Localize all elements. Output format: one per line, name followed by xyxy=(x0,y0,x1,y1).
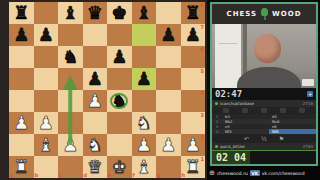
square-c5[interactable] xyxy=(58,68,83,90)
rank-label: 6 xyxy=(201,46,204,52)
square-c3[interactable] xyxy=(58,112,83,134)
square-g5[interactable] xyxy=(156,68,181,90)
square-c7[interactable] xyxy=(58,24,83,46)
square-a4[interactable] xyxy=(9,90,34,112)
square-e1[interactable]: ♚e xyxy=(107,156,132,178)
square-f4[interactable] xyxy=(132,90,157,112)
file-label: a xyxy=(10,173,13,178)
online-dot xyxy=(215,102,218,105)
black-king[interactable]: ♚ xyxy=(107,2,132,24)
square-c8[interactable]: ♝ xyxy=(58,2,83,24)
rank-label: 3 xyxy=(201,112,204,118)
add-time-icon[interactable]: + xyxy=(307,91,313,97)
streamer-row[interactable]: quick_blitzer 2763 xyxy=(212,143,316,150)
logo-word-chess: CHESS xyxy=(227,10,258,18)
black-pawn[interactable]: ♟ xyxy=(83,68,108,90)
square-e6[interactable]: ♟ xyxy=(107,46,132,68)
black-pawn[interactable]: ♟ xyxy=(9,24,34,46)
streamer-name: quick_blitzer xyxy=(220,144,245,149)
square-f6[interactable] xyxy=(132,46,157,68)
square-e2[interactable] xyxy=(107,134,132,156)
opponent-name: ivanchukfanbase xyxy=(220,101,254,106)
file-label: f xyxy=(133,173,135,178)
rank-label: 8 xyxy=(201,2,204,8)
vk-icon[interactable]: VK xyxy=(250,170,260,176)
square-d5[interactable]: ♟ xyxy=(83,68,108,90)
stream-side-panel: CHESS WOOD 02:47 + ivanchukfanbase 2716 xyxy=(207,0,320,180)
square-b7[interactable]: ♟ xyxy=(34,24,59,46)
square-d3[interactable] xyxy=(83,112,108,134)
streamer-head xyxy=(254,34,281,63)
rank-label: 4 xyxy=(201,90,204,96)
white-bishop[interactable]: ♝ xyxy=(34,134,59,156)
tree-icon xyxy=(260,8,269,20)
highlight-circle xyxy=(110,93,128,109)
square-d4[interactable]: ♟ xyxy=(83,90,108,112)
opponent-rating: 2716 xyxy=(303,101,313,106)
square-a8[interactable]: ♜ xyxy=(9,2,34,24)
square-h2[interactable]: ♟2 xyxy=(181,134,206,156)
square-d6[interactable] xyxy=(83,46,108,68)
stats-tab-icon[interactable] xyxy=(261,108,267,113)
file-label: d xyxy=(84,173,88,178)
square-b6[interactable] xyxy=(34,46,59,68)
square-d7[interactable] xyxy=(83,24,108,46)
online-dot xyxy=(215,145,218,148)
square-a2[interactable] xyxy=(9,134,34,156)
white-pawn[interactable]: ♟ xyxy=(34,112,59,134)
square-a5[interactable] xyxy=(9,68,34,90)
square-b8[interactable] xyxy=(34,2,59,24)
square-f3[interactable]: ♞ xyxy=(132,112,157,134)
white-bishop[interactable]: ♝ xyxy=(132,156,157,178)
square-g6[interactable] xyxy=(156,46,181,68)
square-c2[interactable]: ♟ xyxy=(58,134,83,156)
square-g4[interactable] xyxy=(156,90,181,112)
white-pawn[interactable]: ♟ xyxy=(83,90,108,112)
white-knight[interactable]: ♞ xyxy=(132,112,157,134)
board-tab-icon[interactable] xyxy=(223,108,229,113)
rank-label: 2 xyxy=(201,134,204,140)
streamer-clock: 02 04 xyxy=(212,150,316,164)
panel-tabs xyxy=(212,107,316,114)
logo-bar: CHESS WOOD xyxy=(212,4,316,24)
square-h8[interactable]: ♜8 xyxy=(181,2,206,24)
square-b5[interactable] xyxy=(34,68,59,90)
square-c6[interactable]: ♞ xyxy=(58,46,83,68)
square-h5[interactable]: 5 xyxy=(181,68,206,90)
panel-frame: CHESS WOOD 02:47 + ivanchukfanbase 2716 xyxy=(210,2,318,166)
webcam-view xyxy=(212,24,316,88)
black-bishop[interactable]: ♝ xyxy=(58,2,83,24)
file-label: g xyxy=(157,173,161,178)
file-label: b xyxy=(35,173,39,178)
site-link[interactable]: chesswood.ru xyxy=(217,171,248,176)
square-h4[interactable]: 4 xyxy=(181,90,206,112)
square-c1[interactable]: c xyxy=(58,156,83,178)
square-a3[interactable]: ♟ xyxy=(9,112,34,134)
square-b4[interactable] xyxy=(34,90,59,112)
rank-label: 1 xyxy=(201,156,204,162)
square-g2[interactable]: ♟ xyxy=(156,134,181,156)
black-knight[interactable]: ♞ xyxy=(58,46,83,68)
white-pawn[interactable]: ♟ xyxy=(58,134,83,156)
square-f7[interactable] xyxy=(132,24,157,46)
square-g7[interactable]: ♟ xyxy=(156,24,181,46)
white-pawn[interactable]: ♟ xyxy=(156,134,181,156)
logo-word-wood: WOOD xyxy=(272,10,301,18)
square-b3[interactable]: ♟ xyxy=(34,112,59,134)
move-list[interactable]: 1 b3 d52 Bb2 Nc63 e3 e64 Nf3 Nf6 xyxy=(212,114,316,134)
rank-label: 5 xyxy=(201,68,204,74)
square-g3[interactable] xyxy=(156,112,181,134)
vk-link[interactable]: vk.com/chesswood xyxy=(262,171,305,176)
globe-icon: ⊕ xyxy=(209,169,215,177)
square-a7[interactable]: ♟ xyxy=(9,24,34,46)
white-pawn[interactable]: ♟ xyxy=(132,134,157,156)
square-f1[interactable]: ♝f xyxy=(132,156,157,178)
game-actions: ↶½⚑ xyxy=(212,134,316,143)
square-f5[interactable]: ♟ xyxy=(132,68,157,90)
square-e8[interactable]: ♚ xyxy=(107,2,132,24)
square-d1[interactable]: ♛d xyxy=(83,156,108,178)
square-a1[interactable]: ♜a xyxy=(9,156,34,178)
black-rook[interactable]: ♜ xyxy=(9,2,34,24)
resign-icon[interactable]: ⚑ xyxy=(279,135,284,143)
white-pawn[interactable]: ♟ xyxy=(9,112,34,134)
black-queen[interactable]: ♛ xyxy=(83,2,108,24)
square-h6[interactable]: 6 xyxy=(181,46,206,68)
chat-tab-icon[interactable] xyxy=(280,108,286,113)
square-f8[interactable]: ♝ xyxy=(132,2,157,24)
rank-label: 7 xyxy=(201,24,204,30)
square-h7[interactable]: ♟7 xyxy=(181,24,206,46)
video-frame: ♜♝♛♚♝♜8♟♟♟♟7♞♟6♟♟5♟♞4♟♟♞3♝♟♞♟♟♟2♜abc♛d♚e… xyxy=(0,0,320,180)
streamer-clock-time: 02 04 xyxy=(216,152,246,163)
square-h3[interactable]: 3 xyxy=(181,112,206,134)
file-label: c xyxy=(59,173,62,178)
streamer-rating: 2763 xyxy=(303,144,313,149)
opponent-clock: 02:47 + xyxy=(212,88,316,100)
opponent-clock-time: 02:47 xyxy=(215,89,242,99)
file-label: e xyxy=(108,173,111,178)
square-g8[interactable] xyxy=(156,2,181,24)
webcam-label xyxy=(302,79,314,86)
square-d2[interactable]: ♞ xyxy=(83,134,108,156)
moves-tab-icon[interactable] xyxy=(242,108,248,113)
square-a6[interactable] xyxy=(9,46,34,68)
black-pawn[interactable]: ♟ xyxy=(156,24,181,46)
opponent-row[interactable]: ivanchukfanbase 2716 xyxy=(212,100,316,107)
square-c4[interactable] xyxy=(58,90,83,112)
square-h1[interactable]: ♜1h xyxy=(181,156,206,178)
takeback-icon[interactable]: ↶ xyxy=(244,135,249,143)
file-label: h xyxy=(182,173,186,178)
square-e3[interactable] xyxy=(107,112,132,134)
square-g1[interactable]: g xyxy=(156,156,181,178)
square-d8[interactable]: ♛ xyxy=(83,2,108,24)
chess-board[interactable]: ♜♝♛♚♝♜8♟♟♟♟7♞♟6♟♟5♟♞4♟♟♞3♝♟♞♟♟♟2♜abc♛d♚e… xyxy=(9,2,205,178)
board-area: ♜♝♛♚♝♜8♟♟♟♟7♞♟6♟♟5♟♞4♟♟♞3♝♟♞♟♟♟2♜abc♛d♚e… xyxy=(0,0,207,180)
links-bar: ⊕ chesswood.ru VK vk.com/chesswood xyxy=(207,166,320,180)
square-f2[interactable]: ♟ xyxy=(132,134,157,156)
square-b2[interactable]: ♝ xyxy=(34,134,59,156)
black-pawn[interactable]: ♟ xyxy=(34,24,59,46)
black-bishop[interactable]: ♝ xyxy=(132,2,157,24)
square-e4[interactable]: ♞ xyxy=(107,90,132,112)
square-b1[interactable]: b xyxy=(34,156,59,178)
square-e5[interactable] xyxy=(107,68,132,90)
white-knight[interactable]: ♞ xyxy=(83,134,108,156)
black-pawn[interactable]: ♟ xyxy=(132,68,157,90)
draw-icon[interactable]: ½ xyxy=(261,135,267,143)
settings-tab-icon[interactable] xyxy=(299,108,305,113)
black-pawn[interactable]: ♟ xyxy=(107,46,132,68)
square-e7[interactable] xyxy=(107,24,132,46)
